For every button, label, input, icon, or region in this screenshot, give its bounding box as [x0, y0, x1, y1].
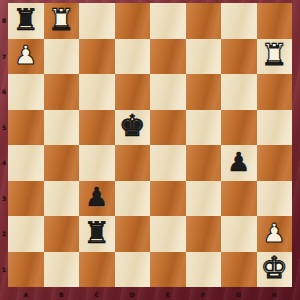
square-g3[interactable] — [221, 181, 257, 217]
square-d2[interactable] — [115, 216, 151, 252]
black-rook-piece: ♜ — [83, 218, 110, 248]
square-b5[interactable] — [44, 110, 80, 146]
chess-board: ♜♜♟♜♚♟♟♜♟♚ — [8, 3, 292, 287]
square-f8[interactable] — [186, 3, 222, 39]
square-d7[interactable] — [115, 39, 151, 75]
square-f2[interactable] — [186, 216, 222, 252]
square-f5[interactable] — [186, 110, 222, 146]
square-c2[interactable]: ♜ — [79, 216, 115, 252]
square-e7[interactable] — [150, 39, 186, 75]
black-pawn-piece: ♟ — [227, 149, 250, 175]
square-a4[interactable] — [8, 145, 44, 181]
square-h2[interactable]: ♟ — [257, 216, 293, 252]
black-rook-piece: ♜ — [12, 5, 39, 35]
square-b6[interactable] — [44, 74, 80, 110]
rank-label-4: 4 — [0, 145, 8, 181]
square-d3[interactable] — [115, 181, 151, 217]
square-b7[interactable] — [44, 39, 80, 75]
file-label-a: A — [8, 288, 44, 300]
square-g8[interactable] — [221, 3, 257, 39]
square-c4[interactable] — [79, 145, 115, 181]
square-b2[interactable] — [44, 216, 80, 252]
rank-label-2: 2 — [0, 216, 8, 252]
file-label-d: D — [115, 288, 151, 300]
square-h3[interactable] — [257, 181, 293, 217]
square-h6[interactable] — [257, 74, 293, 110]
square-h5[interactable] — [257, 110, 293, 146]
square-b1[interactable] — [44, 252, 80, 288]
square-e4[interactable] — [150, 145, 186, 181]
square-b8[interactable]: ♜ — [44, 3, 80, 39]
square-h7[interactable]: ♜ — [257, 39, 293, 75]
rank-label-6: 6 — [0, 74, 8, 110]
file-label-h: H — [257, 288, 293, 300]
square-h4[interactable] — [257, 145, 293, 181]
rank-label-3: 3 — [0, 181, 8, 217]
file-label-f: F — [186, 288, 222, 300]
square-g1[interactable] — [221, 252, 257, 288]
file-label-g: G — [221, 288, 257, 300]
white-rook-piece: ♜ — [261, 40, 288, 70]
square-g2[interactable] — [221, 216, 257, 252]
square-g7[interactable] — [221, 39, 257, 75]
file-label-b: B — [44, 288, 80, 300]
square-h1[interactable]: ♚ — [257, 252, 293, 288]
file-label-e: E — [150, 288, 186, 300]
square-a7[interactable]: ♟ — [8, 39, 44, 75]
rank-label-7: 7 — [0, 39, 8, 75]
rank-label-1: 1 — [0, 252, 8, 288]
square-h8[interactable] — [257, 3, 293, 39]
board-frame: ♜♜♟♜♚♟♟♜♟♚ 87654321ABCDEFGH — [0, 0, 300, 300]
square-a5[interactable] — [8, 110, 44, 146]
white-king-piece: ♚ — [261, 253, 288, 283]
square-c5[interactable] — [79, 110, 115, 146]
square-d5[interactable]: ♚ — [115, 110, 151, 146]
square-f4[interactable] — [186, 145, 222, 181]
square-g6[interactable] — [221, 74, 257, 110]
square-a1[interactable] — [8, 252, 44, 288]
square-d1[interactable] — [115, 252, 151, 288]
square-c7[interactable] — [79, 39, 115, 75]
white-rook-piece: ♜ — [48, 5, 75, 35]
square-f1[interactable] — [186, 252, 222, 288]
black-pawn-piece: ♟ — [85, 184, 108, 210]
square-g5[interactable] — [221, 110, 257, 146]
square-e2[interactable] — [150, 216, 186, 252]
square-e1[interactable] — [150, 252, 186, 288]
rank-label-8: 8 — [0, 3, 8, 39]
square-d4[interactable] — [115, 145, 151, 181]
square-f7[interactable] — [186, 39, 222, 75]
square-f6[interactable] — [186, 74, 222, 110]
rank-label-5: 5 — [0, 110, 8, 146]
square-a2[interactable] — [8, 216, 44, 252]
square-a8[interactable]: ♜ — [8, 3, 44, 39]
white-pawn-piece: ♟ — [263, 220, 286, 246]
square-c8[interactable] — [79, 3, 115, 39]
square-e6[interactable] — [150, 74, 186, 110]
square-e5[interactable] — [150, 110, 186, 146]
square-b4[interactable] — [44, 145, 80, 181]
square-d8[interactable] — [115, 3, 151, 39]
square-d6[interactable] — [115, 74, 151, 110]
square-c6[interactable] — [79, 74, 115, 110]
white-pawn-piece: ♟ — [14, 42, 37, 68]
square-c3[interactable]: ♟ — [79, 181, 115, 217]
square-b3[interactable] — [44, 181, 80, 217]
square-c1[interactable] — [79, 252, 115, 288]
square-g4[interactable]: ♟ — [221, 145, 257, 181]
square-e3[interactable] — [150, 181, 186, 217]
square-e8[interactable] — [150, 3, 186, 39]
square-a3[interactable] — [8, 181, 44, 217]
file-label-c: C — [79, 288, 115, 300]
square-a6[interactable] — [8, 74, 44, 110]
black-king-piece: ♚ — [119, 111, 146, 141]
square-f3[interactable] — [186, 181, 222, 217]
